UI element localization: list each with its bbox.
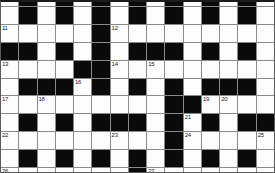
clue-number-16: 16 [75,79,81,85]
cell-r8-c13[interactable] [220,132,237,149]
cell-r5-c5[interactable]: 16 [74,79,91,96]
cell-r2-c15[interactable] [257,25,274,42]
cell-r6-c14[interactable] [238,96,255,113]
cell-r2-c1[interactable]: 11 [1,25,18,42]
black-cell-r5-c10 [165,79,182,96]
cell-r10-c6[interactable] [92,168,109,172]
cell-r1-c15[interactable] [257,7,274,24]
cell-r6-c1[interactable]: 17 [1,96,18,113]
black-cell-r0-c10 [165,2,182,6]
cell-r4-c11[interactable] [184,61,201,78]
black-cell-r3-c8 [129,43,146,60]
cell-r3-c3[interactable] [38,43,55,60]
clue-number-19: 19 [203,96,209,102]
cell-r10-c13[interactable] [220,168,237,172]
clue-number-27: 27 [148,168,154,172]
crossword-grid: 1112131415161718192021222324252627 [0,0,275,173]
black-cell-r9-c2 [19,150,36,167]
cell-r0-c5[interactable] [74,2,91,6]
clue-number-26: 26 [2,168,8,172]
clue-number-22: 22 [2,132,8,138]
cell-r9-c15[interactable] [257,150,274,167]
cell-r1-c11[interactable] [184,7,201,24]
clue-number-21: 21 [185,114,191,120]
cell-r4-c1[interactable]: 13 [1,61,18,78]
clue-number-24: 24 [185,132,191,138]
cell-r9-c5[interactable] [74,150,91,167]
clue-number-23: 23 [112,132,118,138]
cell-r5-c9[interactable] [147,79,164,96]
black-cell-r4-c6 [92,61,109,78]
cell-r10-c14[interactable] [238,168,255,172]
cell-r1-c1[interactable] [1,7,18,24]
cell-r1-c3[interactable] [38,7,55,24]
cell-r2-c12[interactable] [202,25,219,42]
cell-r5-c15[interactable] [257,79,274,96]
cell-r0-c3[interactable] [38,2,55,6]
black-cell-r3-c4 [56,43,73,60]
cell-r1-c13[interactable] [220,7,237,24]
black-cell-r3-c14 [238,43,255,60]
black-cell-r0-c6 [92,2,109,6]
cell-r2-c7[interactable]: 12 [111,25,128,42]
cell-r10-c7[interactable] [111,168,128,172]
clue-number-20: 20 [221,96,227,102]
cell-r8-c15[interactable]: 25 [257,132,274,149]
black-cell-r0-c12 [202,2,219,6]
black-cell-r7-c4 [56,114,73,131]
cell-r4-c3[interactable] [38,61,55,78]
cell-r8-c3[interactable] [38,132,55,149]
black-cell-r1-c2 [19,7,36,24]
cell-r2-c4[interactable] [56,25,73,42]
crossword-page: 1112131415161718192021222324252627 [0,0,275,173]
black-cell-r5-c4 [56,79,73,96]
cell-r7-c5[interactable] [74,114,91,131]
black-cell-r1-c6 [92,7,109,24]
black-cell-r9-c10 [165,150,182,167]
cell-r6-c15[interactable] [257,96,274,113]
cell-r8-c1[interactable]: 22 [1,132,18,149]
cell-r4-c10[interactable] [165,61,182,78]
cell-r10-c1[interactable]: 26 [1,168,18,172]
cell-r8-c5[interactable] [74,132,91,149]
cell-r2-c14[interactable] [238,25,255,42]
black-cell-r9-c14 [238,150,255,167]
cell-r4-c2[interactable] [19,61,36,78]
cell-r7-c13[interactable] [220,114,237,131]
black-cell-r6-c11 [184,96,201,113]
cell-r4-c4[interactable] [56,61,73,78]
black-cell-r7-c10 [165,114,182,131]
black-cell-r2-c6 [92,25,109,42]
black-cell-r5-c12 [202,79,219,96]
cell-r10-c4[interactable] [56,168,73,172]
clue-number-17: 17 [2,96,8,102]
black-cell-r3-c12 [202,43,219,60]
black-cell-r3-c1 [1,43,18,60]
clue-number-14: 14 [112,61,118,67]
black-cell-r9-c12 [202,150,219,167]
black-cell-r7-c6 [92,114,109,131]
clue-number-18: 18 [39,96,45,102]
black-cell-r7-c7 [111,114,128,131]
cell-r10-c3[interactable] [38,168,55,172]
black-cell-r1-c8 [129,7,146,24]
black-cell-r1-c14 [238,7,255,24]
cell-r10-c10[interactable] [165,168,182,172]
cell-r4-c8[interactable] [129,61,146,78]
cell-r3-c5[interactable] [74,43,91,60]
black-cell-r3-c6 [92,43,109,60]
cell-r6-c3[interactable]: 18 [38,96,55,113]
cell-r5-c1[interactable] [1,79,18,96]
clue-number-25: 25 [258,132,264,138]
cell-r4-c12[interactable] [202,61,219,78]
black-cell-r5-c6 [92,79,109,96]
cell-r9-c13[interactable] [220,150,237,167]
cell-r4-c9[interactable]: 15 [147,61,164,78]
black-cell-r5-c14 [238,79,255,96]
cell-r8-c2[interactable] [19,132,36,149]
cell-r6-c5[interactable] [74,96,91,113]
cell-r4-c15[interactable] [257,61,274,78]
cell-r5-c11[interactable] [184,79,201,96]
cell-r9-c11[interactable] [184,150,201,167]
cell-r3-c13[interactable] [220,43,237,60]
black-cell-r5-c3 [38,79,55,96]
black-cell-r9-c8 [129,150,146,167]
cell-r7-c9[interactable] [147,114,164,131]
cell-r2-c5[interactable] [74,25,91,42]
cell-r4-c13[interactable] [220,61,237,78]
clue-number-12: 12 [112,25,118,31]
cell-r0-c7[interactable] [111,2,128,6]
cell-r6-c12[interactable]: 19 [202,96,219,113]
cell-r10-c12[interactable] [202,168,219,172]
cell-r9-c7[interactable] [111,150,128,167]
black-cell-r7-c14 [238,114,255,131]
clue-number-13: 13 [2,61,8,67]
cell-r10-c11[interactable] [184,168,201,172]
black-cell-r7-c8 [129,114,146,131]
cell-r10-c9[interactable]: 27 [147,168,164,172]
cell-r7-c1[interactable] [1,114,18,131]
cell-r2-c11[interactable] [184,25,201,42]
black-cell-r0-c8 [129,2,146,6]
black-cell-r10-c8 [129,168,146,172]
cell-r9-c3[interactable] [38,150,55,167]
cell-r0-c1[interactable] [1,2,18,6]
black-cell-r9-c4 [56,150,73,167]
cell-r6-c4[interactable] [56,96,73,113]
cell-r2-c9[interactable] [147,25,164,42]
cell-r4-c14[interactable] [238,61,255,78]
black-cell-r3-c9 [147,43,164,60]
black-cell-r0-c2 [19,2,36,6]
black-cell-r5-c8 [129,79,146,96]
cell-r8-c4[interactable] [56,132,73,149]
cell-r8-c9[interactable] [147,132,164,149]
cell-r10-c2[interactable] [19,168,36,172]
cell-r3-c11[interactable] [184,43,201,60]
cell-r2-c13[interactable] [220,25,237,42]
cell-r6-c6[interactable] [92,96,109,113]
cell-r6-c8[interactable] [129,96,146,113]
cell-r2-c8[interactable] [129,25,146,42]
cell-r7-c11[interactable]: 21 [184,114,201,131]
black-cell-r1-c10 [165,7,182,24]
cell-r9-c9[interactable] [147,150,164,167]
clue-number-15: 15 [148,61,154,67]
black-cell-r0-c14 [238,2,255,6]
cell-r8-c12[interactable] [202,132,219,149]
black-cell-r1-c4 [56,7,73,24]
cell-r10-c15[interactable] [257,168,274,172]
cell-r0-c11[interactable] [184,2,201,6]
cell-r4-c7[interactable]: 14 [111,61,128,78]
black-cell-r7-c2 [19,114,36,131]
cell-r3-c15[interactable] [257,43,274,60]
cell-r6-c7[interactable] [111,96,128,113]
black-cell-r1-c12 [202,7,219,24]
cell-r3-c7[interactable] [111,43,128,60]
black-cell-r3-c2 [19,43,36,60]
black-cell-r6-c10 [165,96,182,113]
black-cell-r9-c6 [92,150,109,167]
cell-r8-c7[interactable]: 23 [111,132,128,149]
cell-r0-c13[interactable] [220,2,237,6]
cell-r8-c8[interactable] [129,132,146,149]
cell-r8-c14[interactable] [238,132,255,149]
cell-r1-c7[interactable] [111,7,128,24]
cell-r10-c5[interactable] [74,168,91,172]
black-cell-r3-c10 [165,43,182,60]
cell-r5-c7[interactable] [111,79,128,96]
cell-r2-c2[interactable] [19,25,36,42]
black-cell-r4-c5 [74,61,91,78]
cell-r2-c10[interactable] [165,25,182,42]
black-cell-r0-c4 [56,2,73,6]
cell-r0-c15[interactable] [257,2,274,6]
cell-r1-c5[interactable] [74,7,91,24]
cell-r6-c9[interactable] [147,96,164,113]
cell-r6-c2[interactable] [19,96,36,113]
cell-r6-c13[interactable]: 20 [220,96,237,113]
black-cell-r7-c12 [202,114,219,131]
black-cell-r8-c10 [165,132,182,149]
cell-r9-c1[interactable] [1,150,18,167]
cell-r7-c3[interactable] [38,114,55,131]
cell-r2-c3[interactable] [38,25,55,42]
cell-r8-c11[interactable]: 24 [184,132,201,149]
black-cell-r5-c13 [220,79,237,96]
cell-r0-c9[interactable] [147,2,164,6]
cell-r1-c9[interactable] [147,7,164,24]
black-cell-r5-c2 [19,79,36,96]
cell-r8-c6[interactable] [92,132,109,149]
clue-number-11: 11 [2,25,8,31]
black-cell-r7-c15 [257,114,274,131]
